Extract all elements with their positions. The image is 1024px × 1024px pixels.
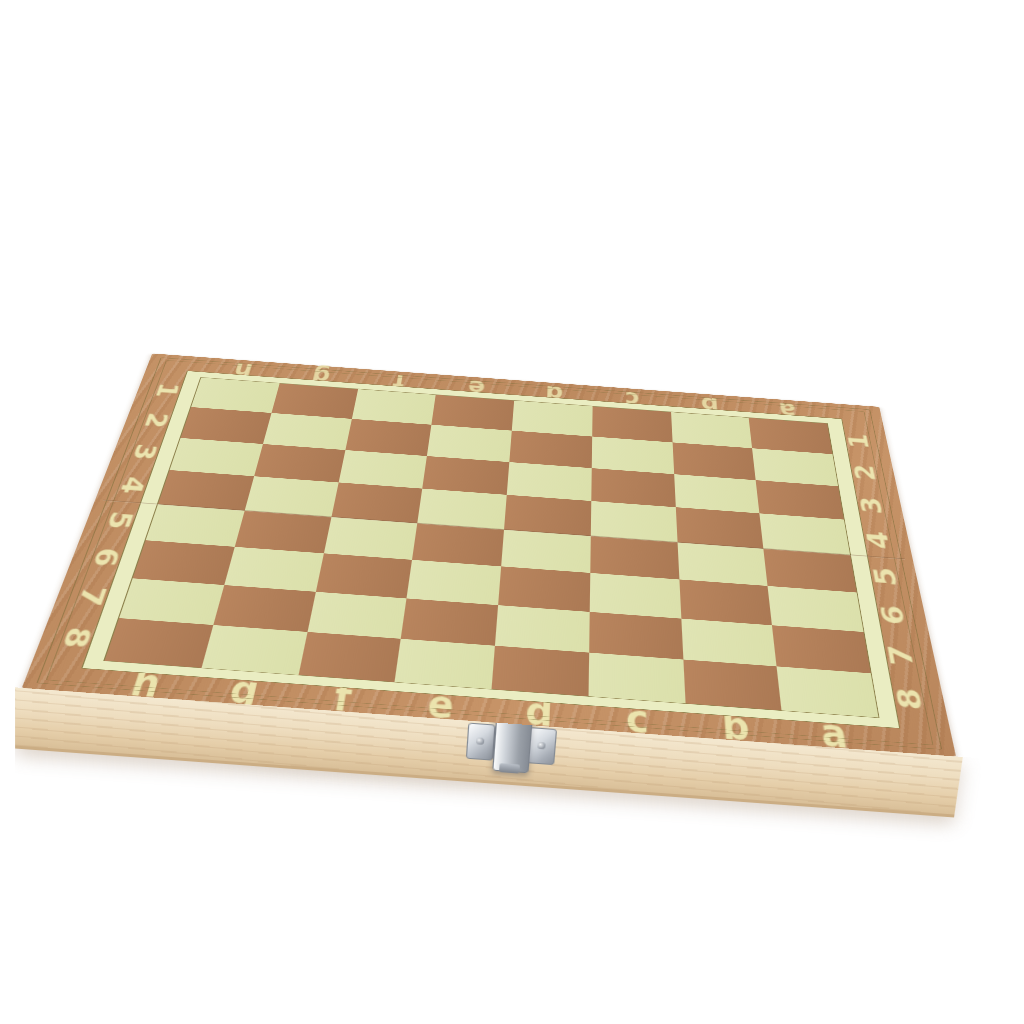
- square-h8[interactable]: [105, 618, 213, 668]
- square-c7[interactable]: [589, 612, 683, 660]
- square-d8[interactable]: [492, 646, 589, 696]
- chess-board: hhggffeeddccbbaa1122334455667788 ♜♞♝♚♛♝♞…: [22, 353, 956, 756]
- clasp-latch-hook: [499, 763, 520, 773]
- clasp-left-plate: [466, 723, 496, 761]
- square-g7[interactable]: [213, 585, 315, 632]
- square-e7[interactable]: [401, 598, 498, 646]
- white-rook-glyph: ♜: [764, 425, 818, 449]
- square-e8[interactable]: [395, 639, 495, 689]
- square-f8[interactable]: [298, 632, 401, 682]
- rank-label-right-4: 4: [863, 530, 895, 550]
- square-c8[interactable]: [588, 653, 685, 704]
- clasp-screw-icon: [537, 742, 546, 750]
- square-b7[interactable]: [681, 618, 777, 666]
- metal-clasp[interactable]: [465, 708, 559, 781]
- product-photo-scene: hhggffeeddccbbaa1122334455667788 ♜♞♝♚♛♝♞…: [0, 0, 1024, 1024]
- square-a8[interactable]: [777, 667, 879, 718]
- clasp-screw-icon: [476, 737, 484, 745]
- rank-label-left-3: 3: [128, 443, 162, 461]
- rank-label-left-4: 4: [115, 475, 150, 494]
- square-a7[interactable]: [772, 625, 871, 673]
- square-d7[interactable]: [495, 605, 590, 653]
- white-pawn-glyph: ♟: [771, 458, 821, 480]
- rank-label-right-3: 3: [856, 496, 887, 515]
- square-g8[interactable]: [201, 625, 307, 675]
- square-h7[interactable]: [119, 578, 224, 625]
- square-f7[interactable]: [307, 592, 407, 639]
- square-b8[interactable]: [683, 660, 782, 711]
